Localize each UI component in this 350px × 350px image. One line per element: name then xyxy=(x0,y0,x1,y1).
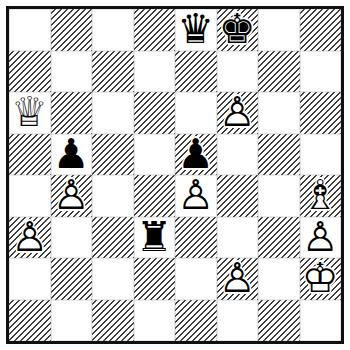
square-b8[interactable] xyxy=(51,9,93,51)
square-d1[interactable] xyxy=(134,300,176,342)
white-king-h2: ♔ xyxy=(300,258,342,300)
square-h4[interactable]: ♝♗ xyxy=(300,175,342,217)
square-b2[interactable] xyxy=(51,258,93,300)
white-king-halo: ♚ xyxy=(300,258,342,300)
square-h1[interactable] xyxy=(300,300,342,342)
square-d4[interactable] xyxy=(134,175,176,217)
square-h3[interactable]: ♟♙ xyxy=(300,217,342,259)
square-h8[interactable] xyxy=(300,9,342,51)
square-f8[interactable]: ♚♚ xyxy=(217,9,259,51)
square-e4[interactable]: ♟♙ xyxy=(175,175,217,217)
square-f1[interactable] xyxy=(217,300,259,342)
square-c3[interactable] xyxy=(92,217,134,259)
square-e3[interactable] xyxy=(175,217,217,259)
square-g7[interactable] xyxy=(258,51,300,93)
square-f4[interactable] xyxy=(217,175,259,217)
white-bishop-halo: ♝ xyxy=(300,175,342,217)
square-f2[interactable]: ♟♙ xyxy=(217,258,259,300)
square-a7[interactable] xyxy=(9,51,51,93)
square-a3[interactable]: ♟♙ xyxy=(9,217,51,259)
square-h7[interactable] xyxy=(300,51,342,93)
black-king-f8: ♚ xyxy=(217,9,259,51)
white-pawn-halo: ♟ xyxy=(217,258,259,300)
square-d6[interactable] xyxy=(134,92,176,134)
black-pawn-e5: ♟ xyxy=(175,134,217,176)
black-king-halo: ♚ xyxy=(217,9,259,51)
white-pawn-a3: ♙ xyxy=(9,217,51,259)
square-c2[interactable] xyxy=(92,258,134,300)
white-pawn-halo: ♟ xyxy=(9,217,51,259)
square-d7[interactable] xyxy=(134,51,176,93)
square-b6[interactable] xyxy=(51,92,93,134)
white-pawn-halo: ♟ xyxy=(300,217,342,259)
square-b1[interactable] xyxy=(51,300,93,342)
square-c4[interactable] xyxy=(92,175,134,217)
white-bishop-h4: ♗ xyxy=(300,175,342,217)
square-e8[interactable]: ♛♛ xyxy=(175,9,217,51)
square-h6[interactable] xyxy=(300,92,342,134)
square-e6[interactable] xyxy=(175,92,217,134)
white-pawn-f2: ♙ xyxy=(217,258,259,300)
square-b7[interactable] xyxy=(51,51,93,93)
square-b5[interactable]: ♟♟ xyxy=(51,134,93,176)
square-d3[interactable]: ♜♜ xyxy=(134,217,176,259)
square-e5[interactable]: ♟♟ xyxy=(175,134,217,176)
square-g4[interactable] xyxy=(258,175,300,217)
black-rook-d3: ♜ xyxy=(134,217,176,259)
black-rook-halo: ♜ xyxy=(134,217,176,259)
square-b4[interactable]: ♟♙ xyxy=(51,175,93,217)
white-pawn-b4: ♙ xyxy=(51,175,93,217)
square-d2[interactable] xyxy=(134,258,176,300)
square-g8[interactable] xyxy=(258,9,300,51)
square-h2[interactable]: ♚♔ xyxy=(300,258,342,300)
square-f5[interactable] xyxy=(217,134,259,176)
black-pawn-halo: ♟ xyxy=(51,134,93,176)
square-g6[interactable] xyxy=(258,92,300,134)
square-g1[interactable] xyxy=(258,300,300,342)
black-queen-e8: ♛ xyxy=(175,9,217,51)
white-pawn-f6: ♙ xyxy=(217,92,259,134)
square-d8[interactable] xyxy=(134,9,176,51)
square-c6[interactable] xyxy=(92,92,134,134)
square-e2[interactable] xyxy=(175,258,217,300)
square-a8[interactable] xyxy=(9,9,51,51)
black-queen-halo: ♛ xyxy=(175,9,217,51)
square-e7[interactable] xyxy=(175,51,217,93)
square-f7[interactable] xyxy=(217,51,259,93)
square-c7[interactable] xyxy=(92,51,134,93)
black-pawn-halo: ♟ xyxy=(175,134,217,176)
square-a6[interactable]: ♛♕ xyxy=(9,92,51,134)
square-f3[interactable] xyxy=(217,217,259,259)
square-g3[interactable] xyxy=(258,217,300,259)
square-c5[interactable] xyxy=(92,134,134,176)
white-pawn-halo: ♟ xyxy=(51,175,93,217)
square-h5[interactable] xyxy=(300,134,342,176)
white-pawn-halo: ♟ xyxy=(175,175,217,217)
square-a5[interactable] xyxy=(9,134,51,176)
square-a1[interactable] xyxy=(9,300,51,342)
square-f6[interactable]: ♟♙ xyxy=(217,92,259,134)
chess-board: ♛♛♚♚♛♕♟♙♟♟♟♟♟♙♟♙♝♗♟♙♜♜♟♙♟♙♚♔ xyxy=(6,6,344,344)
square-g2[interactable] xyxy=(258,258,300,300)
white-pawn-halo: ♟ xyxy=(217,92,259,134)
square-b3[interactable] xyxy=(51,217,93,259)
white-queen-a6: ♕ xyxy=(9,92,51,134)
square-g5[interactable] xyxy=(258,134,300,176)
square-c8[interactable] xyxy=(92,9,134,51)
square-a2[interactable] xyxy=(9,258,51,300)
chess-position-diagram: ♛♛♚♚♛♕♟♙♟♟♟♟♟♙♟♙♝♗♟♙♜♜♟♙♟♙♚♔ xyxy=(0,0,350,350)
square-a4[interactable] xyxy=(9,175,51,217)
square-e1[interactable] xyxy=(175,300,217,342)
white-pawn-h3: ♙ xyxy=(300,217,342,259)
square-d5[interactable] xyxy=(134,134,176,176)
black-pawn-b5: ♟ xyxy=(51,134,93,176)
white-pawn-e4: ♙ xyxy=(175,175,217,217)
white-queen-halo: ♛ xyxy=(9,92,51,134)
square-c1[interactable] xyxy=(92,300,134,342)
